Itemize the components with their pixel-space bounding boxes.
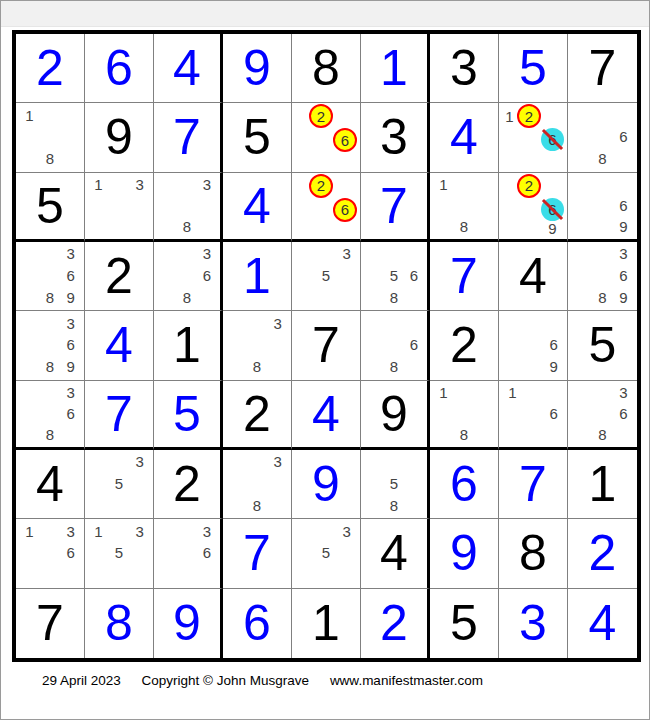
cell-r6c4[interactable]: 2 [223,381,292,450]
cell-r9c8[interactable]: 3 [499,589,568,658]
cell-r9c9[interactable]: 4 [568,589,637,658]
sudoku-board: 2649813571897526341266851338426718269693… [12,30,641,662]
cell-r9c5[interactable]: 1 [292,589,361,658]
pencil-grid: 69 [502,312,564,377]
cell-r7c7[interactable]: 6 [430,450,499,519]
pencil-grid: 35 [295,243,357,308]
given-digit: 9 [380,389,408,439]
candidate: 8 [598,290,606,305]
candidate: 3 [203,246,211,261]
candidate: 5 [115,476,123,491]
pencil-grid: 26 [295,174,357,237]
candidate: 3 [273,454,281,469]
pencil-grid: 38 [226,451,288,516]
cell-r8c1[interactable]: 136 [16,519,85,588]
cell-r3c4[interactable]: 4 [223,173,292,242]
given-digit: 8 [519,528,547,578]
candidate-cyan-eliminated: 6 [541,198,564,221]
solved-digit: 2 [380,598,408,648]
cell-r5c9[interactable]: 5 [568,311,637,380]
candidate: 3 [66,524,74,539]
candidate: 3 [66,246,74,261]
cell-r5c1[interactable]: 3689 [16,311,85,380]
cell-r8c3[interactable]: 36 [154,519,223,588]
candidate: 3 [619,246,627,261]
pencil-grid: 35 [295,520,357,585]
cell-r3c1[interactable]: 5 [16,173,85,242]
candidate-yellow-circled: 2 [517,174,541,198]
given-digit: 1 [589,459,617,509]
candidate: 8 [390,290,398,305]
given-digit: 3 [380,112,408,162]
cell-r3c7[interactable]: 18 [430,173,499,242]
cell-r7c8[interactable]: 7 [499,450,568,519]
cell-r8c2[interactable]: 135 [85,519,154,588]
candidate: 3 [135,177,143,192]
pencil-grid: 126 [502,104,564,169]
solved-digit: 1 [380,43,408,93]
cell-r3c9[interactable]: 69 [568,173,637,242]
solved-digit: 4 [243,181,271,231]
candidate: 8 [46,427,54,442]
cell-r5c3[interactable]: 1 [154,311,223,380]
cell-r6c8[interactable]: 16 [499,381,568,450]
cell-r1c9[interactable]: 7 [568,34,637,103]
given-digit: 2 [105,251,133,301]
pencil-grid: 58 [364,451,424,516]
cell-r2c8[interactable]: 126 [499,103,568,172]
pencil-grid: 35 [88,451,150,516]
cell-r7c5[interactable]: 9 [292,450,361,519]
page-frame: 2649813571897526341266851338426718269693… [0,0,650,720]
candidate: 1 [25,108,33,123]
candidate: 9 [549,359,557,374]
pencil-grid: 18 [433,382,495,445]
cell-r1c7[interactable]: 3 [430,34,499,103]
cell-r4c5[interactable]: 35 [292,242,361,311]
candidate: 8 [46,290,54,305]
pencil-grid: 68 [364,312,424,377]
solved-digit: 7 [173,112,201,162]
pencil-grid: 368 [19,382,81,445]
given-digit: 1 [312,598,340,648]
candidate: 6 [66,337,74,352]
solved-digit: 7 [519,459,547,509]
candidate: 1 [94,524,102,539]
cell-r5c6[interactable]: 68 [361,311,430,380]
given-digit: 4 [36,459,64,509]
candidate: 6 [619,406,627,421]
candidate: 8 [46,151,54,166]
candidate: 6 [619,268,627,283]
candidate: 8 [390,498,398,513]
cell-r1c4[interactable]: 9 [223,34,292,103]
cell-r3c8[interactable]: 269 [499,173,568,242]
solved-digit: 6 [105,43,133,93]
cell-r4c6[interactable]: 568 [361,242,430,311]
candidate-yellow-circled: 6 [333,198,357,222]
candidate: 3 [66,385,74,400]
candidate: 8 [598,151,606,166]
given-digit: 4 [380,528,408,578]
solved-digit: 9 [450,528,478,578]
solved-digit: 2 [36,43,64,93]
candidate: 9 [619,290,627,305]
candidate-yellow-circled: 6 [333,128,357,152]
given-digit: 5 [36,181,64,231]
cell-r7c3[interactable]: 2 [154,450,223,519]
given-digit: 7 [589,43,617,93]
candidate: 8 [183,290,191,305]
candidate-yellow-circled: 2 [309,174,333,198]
cell-r5c4[interactable]: 38 [223,311,292,380]
solved-digit: 4 [105,320,133,370]
candidate: 1 [508,385,516,400]
candidate: 1 [25,524,33,539]
footer-copyright: Copyright © John Musgrave [142,673,310,688]
cell-r2c3[interactable]: 7 [154,103,223,172]
candidate: 5 [390,476,398,491]
cell-r5c2[interactable]: 4 [85,311,154,380]
pencil-grid: 3689 [19,243,81,308]
candidate: 8 [253,359,261,374]
candidate: 6 [549,337,557,352]
candidate-cyan-eliminated: 6 [541,128,564,151]
title-bar [1,1,649,27]
pencil-grid: 18 [19,104,81,169]
cell-r1c8[interactable]: 5 [499,34,568,103]
solved-digit: 7 [243,528,271,578]
candidate: 1 [94,177,102,192]
cell-r9c1[interactable]: 7 [16,589,85,658]
footer-website: www.manifestmaster.com [330,673,483,688]
cell-r8c9[interactable]: 2 [568,519,637,588]
solved-digit: 1 [243,251,271,301]
pencil-grid: 26 [295,104,357,169]
candidate: 1 [439,177,447,192]
pencil-grid: 135 [88,520,150,585]
pencil-grid: 36 [157,520,217,585]
candidate: 9 [66,359,74,374]
cell-r2c7[interactable]: 4 [430,103,499,172]
cell-r3c3[interactable]: 38 [154,173,223,242]
candidate: 8 [183,219,191,234]
cell-r6c7[interactable]: 18 [430,381,499,450]
candidate: 9 [66,290,74,305]
pencil-grid: 16 [502,382,564,445]
cell-r9c3[interactable]: 9 [154,589,223,658]
cell-r3c2[interactable]: 13 [85,173,154,242]
cell-r1c2[interactable]: 6 [85,34,154,103]
solved-digit: 5 [173,389,201,439]
candidate: 3 [203,177,211,192]
solved-digit: 5 [519,43,547,93]
cell-r2c4[interactable]: 5 [223,103,292,172]
given-digit: 1 [173,320,201,370]
candidate: 6 [66,268,74,283]
candidate: 6 [410,268,418,283]
cell-r2c2[interactable]: 9 [85,103,154,172]
cell-r7c2[interactable]: 35 [85,450,154,519]
cell-r7c1[interactable]: 4 [16,450,85,519]
candidate: 6 [66,406,74,421]
candidate: 6 [410,337,418,352]
cell-r6c2[interactable]: 7 [85,381,154,450]
solved-digit: 6 [450,459,478,509]
candidate: 6 [619,129,627,144]
candidate: 8 [598,427,606,442]
solved-digit: 9 [243,43,271,93]
cell-r1c5[interactable]: 8 [292,34,361,103]
candidate: 3 [66,316,74,331]
pencil-grid: 13 [88,174,150,237]
pencil-grid: 136 [19,520,81,585]
cell-r4c2[interactable]: 2 [85,242,154,311]
candidate: 3 [273,316,281,331]
solved-digit: 4 [589,598,617,648]
pencil-grid: 38 [157,174,217,237]
solved-digit: 7 [450,251,478,301]
pencil-grid: 3689 [19,312,81,377]
candidate: 3 [342,246,350,261]
given-digit: 8 [312,43,340,93]
cell-r6c1[interactable]: 368 [16,381,85,450]
candidate: 6 [203,268,211,283]
pencil-grid: 18 [433,174,495,237]
cell-r8c5[interactable]: 35 [292,519,361,588]
candidate-yellow-circled: 2 [517,104,541,128]
given-digit: 2 [450,320,478,370]
pencil-grid: 568 [364,243,424,308]
cell-r1c1[interactable]: 2 [16,34,85,103]
cell-r6c3[interactable]: 5 [154,381,223,450]
cell-r3c6[interactable]: 7 [361,173,430,242]
candidate: 5 [115,545,123,560]
candidate: 5 [390,268,398,283]
pencil-grid: 269 [502,174,564,237]
solved-digit: 8 [105,598,133,648]
cell-r8c6[interactable]: 4 [361,519,430,588]
given-digit: 9 [105,112,133,162]
given-digit: 7 [312,320,340,370]
candidate: 6 [549,406,557,421]
candidate: 1 [439,385,447,400]
candidate: 3 [619,385,627,400]
candidate: 8 [460,219,468,234]
cell-r7c4[interactable]: 38 [223,450,292,519]
cell-r8c4[interactable]: 7 [223,519,292,588]
given-digit: 2 [243,389,271,439]
pencil-grid: 69 [571,174,634,237]
cell-r9c2[interactable]: 8 [85,589,154,658]
cell-r3c5[interactable]: 26 [292,173,361,242]
cell-r9c4[interactable]: 6 [223,589,292,658]
pencil-grid: 3689 [571,243,634,308]
given-digit: 7 [36,598,64,648]
given-digit: 5 [589,320,617,370]
candidate: 3 [135,524,143,539]
solved-digit: 4 [312,389,340,439]
cell-r1c6[interactable]: 1 [361,34,430,103]
solved-digit: 2 [589,528,617,578]
given-digit: 4 [519,251,547,301]
solved-digit: 6 [243,598,271,648]
candidate: 9 [619,219,627,234]
candidate: 3 [135,454,143,469]
cell-r4c8[interactable]: 4 [499,242,568,311]
given-digit: 3 [450,43,478,93]
solved-digit: 7 [380,181,408,231]
cell-r2c1[interactable]: 18 [16,103,85,172]
given-digit: 5 [450,598,478,648]
candidate: 1 [505,109,513,124]
footer: 29 April 2023 Copyright © John Musgrave … [42,673,500,688]
cell-r5c7[interactable]: 2 [430,311,499,380]
cell-r6c5[interactable]: 4 [292,381,361,450]
cell-r2c5[interactable]: 26 [292,103,361,172]
cell-r4c7[interactable]: 7 [430,242,499,311]
cell-r4c1[interactable]: 3689 [16,242,85,311]
cell-r2c6[interactable]: 3 [361,103,430,172]
pencil-grid: 368 [157,243,217,308]
footer-date: 29 April 2023 [42,673,121,688]
cell-r6c9[interactable]: 368 [568,381,637,450]
given-digit: 5 [243,112,271,162]
cell-r4c4[interactable]: 1 [223,242,292,311]
candidate-yellow-circled: 2 [309,104,333,128]
pencil-grid: 38 [226,312,288,377]
candidate: 6 [66,545,74,560]
candidate: 9 [548,221,556,236]
solved-digit: 4 [173,43,201,93]
cell-r1c3[interactable]: 4 [154,34,223,103]
candidate: 3 [203,524,211,539]
solved-digit: 4 [450,112,478,162]
pencil-grid: 68 [571,104,634,169]
candidate: 8 [46,359,54,374]
candidate: 5 [322,268,330,283]
candidate: 3 [342,524,350,539]
candidate: 8 [390,359,398,374]
cell-r5c8[interactable]: 69 [499,311,568,380]
candidate: 6 [619,198,627,213]
cell-r8c8[interactable]: 8 [499,519,568,588]
cell-r9c7[interactable]: 5 [430,589,499,658]
candidate: 5 [322,545,330,560]
candidate: 6 [203,545,211,560]
cell-r2c9[interactable]: 68 [568,103,637,172]
cell-r7c6[interactable]: 58 [361,450,430,519]
solved-digit: 9 [173,598,201,648]
candidate: 8 [460,427,468,442]
cell-r7c9[interactable]: 1 [568,450,637,519]
solved-digit: 7 [105,389,133,439]
cell-r8c7[interactable]: 9 [430,519,499,588]
cell-r5c5[interactable]: 7 [292,311,361,380]
cell-r9c6[interactable]: 2 [361,589,430,658]
cell-r6c6[interactable]: 9 [361,381,430,450]
cell-r4c3[interactable]: 368 [154,242,223,311]
pencil-grid: 368 [571,382,634,445]
solved-digit: 9 [312,459,340,509]
given-digit: 2 [173,459,201,509]
cell-r4c9[interactable]: 3689 [568,242,637,311]
solved-digit: 3 [519,598,547,648]
candidate: 8 [253,498,261,513]
